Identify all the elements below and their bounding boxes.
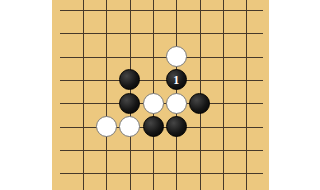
intersection-c7-r6[interactable] xyxy=(211,115,234,138)
intersection-c3-r3[interactable] xyxy=(118,45,141,68)
intersection-c4-r3[interactable] xyxy=(141,45,164,68)
black-stone xyxy=(166,116,187,137)
intersection-c6-r1[interactable] xyxy=(188,0,211,22)
intersection-c3-r4[interactable] xyxy=(118,68,141,91)
go-board[interactable]: 1 xyxy=(52,0,269,190)
intersection-c8-r4[interactable] xyxy=(235,68,258,91)
intersection-c3-r2[interactable] xyxy=(118,22,141,45)
intersection-c7-r1[interactable] xyxy=(211,0,234,22)
intersection-c5-r2[interactable] xyxy=(165,22,188,45)
intersection-c2-r2[interactable] xyxy=(95,22,118,45)
intersection-c2-r5[interactable] xyxy=(95,92,118,115)
intersection-c6-r5[interactable] xyxy=(188,92,211,115)
intersection-c6-r6[interactable] xyxy=(188,115,211,138)
intersection-c5-r6[interactable] xyxy=(165,115,188,138)
intersection-c7-r7[interactable] xyxy=(211,138,234,161)
intersection-c7-r4[interactable] xyxy=(211,68,234,91)
intersection-c3-r6[interactable] xyxy=(118,115,141,138)
black-stone xyxy=(119,69,140,90)
intersection-c2-r6[interactable] xyxy=(95,115,118,138)
intersection-c1-r4[interactable] xyxy=(71,68,94,91)
page: 1 xyxy=(0,0,320,190)
intersection-c7-r8[interactable] xyxy=(211,162,234,185)
black-stone xyxy=(143,116,164,137)
board-grid: 1 xyxy=(71,0,258,185)
intersection-c6-r2[interactable] xyxy=(188,22,211,45)
intersection-c4-r1[interactable] xyxy=(141,0,164,22)
intersection-c6-r3[interactable] xyxy=(188,45,211,68)
intersection-c2-r1[interactable] xyxy=(95,0,118,22)
intersection-c8-r5[interactable] xyxy=(235,92,258,115)
intersection-c1-r1[interactable] xyxy=(71,0,94,22)
intersection-c8-r1[interactable] xyxy=(235,0,258,22)
intersection-c2-r7[interactable] xyxy=(95,138,118,161)
intersection-c5-r8[interactable] xyxy=(165,162,188,185)
intersection-c7-r3[interactable] xyxy=(211,45,234,68)
intersection-c2-r4[interactable] xyxy=(95,68,118,91)
intersection-c8-r2[interactable] xyxy=(235,22,258,45)
intersection-c4-r4[interactable] xyxy=(141,68,164,91)
intersection-c8-r7[interactable] xyxy=(235,138,258,161)
intersection-c7-r5[interactable] xyxy=(211,92,234,115)
intersection-c2-r3[interactable] xyxy=(95,45,118,68)
intersection-c8-r8[interactable] xyxy=(235,162,258,185)
intersection-c4-r5[interactable] xyxy=(141,92,164,115)
black-stone xyxy=(119,93,140,114)
intersection-c6-r7[interactable] xyxy=(188,138,211,161)
move-number-label: 1 xyxy=(173,73,179,85)
intersection-c1-r7[interactable] xyxy=(71,138,94,161)
intersection-c3-r8[interactable] xyxy=(118,162,141,185)
intersection-c1-r6[interactable] xyxy=(71,115,94,138)
intersection-c3-r5[interactable] xyxy=(118,92,141,115)
intersection-c5-r3[interactable] xyxy=(165,45,188,68)
intersection-c5-r5[interactable] xyxy=(165,92,188,115)
intersection-c4-r2[interactable] xyxy=(141,22,164,45)
white-stone xyxy=(166,46,187,67)
intersection-c4-r8[interactable] xyxy=(141,162,164,185)
intersection-c8-r6[interactable] xyxy=(235,115,258,138)
intersection-c3-r1[interactable] xyxy=(118,0,141,22)
intersection-c3-r7[interactable] xyxy=(118,138,141,161)
black-stone: 1 xyxy=(166,69,187,90)
intersection-c5-r1[interactable] xyxy=(165,0,188,22)
intersection-c5-r4[interactable]: 1 xyxy=(165,68,188,91)
intersection-c6-r4[interactable] xyxy=(188,68,211,91)
intersection-c6-r8[interactable] xyxy=(188,162,211,185)
intersection-c2-r8[interactable] xyxy=(95,162,118,185)
intersection-c1-r8[interactable] xyxy=(71,162,94,185)
intersection-c7-r2[interactable] xyxy=(211,22,234,45)
white-stone xyxy=(143,93,164,114)
intersection-c5-r7[interactable] xyxy=(165,138,188,161)
intersection-c4-r7[interactable] xyxy=(141,138,164,161)
intersection-c1-r3[interactable] xyxy=(71,45,94,68)
intersection-c4-r6[interactable] xyxy=(141,115,164,138)
white-stone xyxy=(166,93,187,114)
black-stone xyxy=(189,93,210,114)
white-stone xyxy=(96,116,117,137)
intersection-c1-r5[interactable] xyxy=(71,92,94,115)
intersection-c8-r3[interactable] xyxy=(235,45,258,68)
intersection-c1-r2[interactable] xyxy=(71,22,94,45)
white-stone xyxy=(119,116,140,137)
